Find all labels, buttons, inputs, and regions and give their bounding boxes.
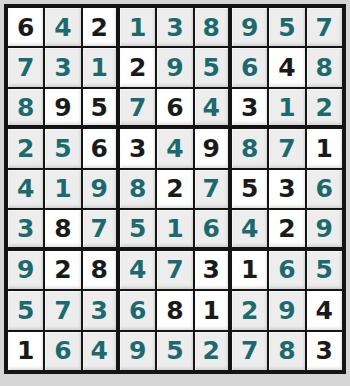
cell-r3c5[interactable]: 6 (156, 88, 193, 128)
cell-r3c1[interactable]: 8 (7, 88, 44, 128)
cell-r2c3[interactable]: 1 (82, 47, 119, 87)
cell-r6c2[interactable]: 8 (44, 209, 81, 249)
cell-r1c3[interactable]: 2 (82, 7, 119, 47)
cell-r7c4[interactable]: 4 (119, 250, 156, 290)
cell-r5c6[interactable]: 7 (194, 169, 231, 209)
cell-r8c1[interactable]: 5 (7, 290, 44, 330)
cell-r4c7[interactable]: 8 (231, 128, 268, 168)
cell-r5c9[interactable]: 6 (306, 169, 343, 209)
cell-r9c3[interactable]: 4 (82, 331, 119, 371)
cell-r4c9[interactable]: 1 (306, 128, 343, 168)
cell-r7c5[interactable]: 7 (156, 250, 193, 290)
cell-r6c8[interactable]: 2 (268, 209, 305, 249)
cell-r4c8[interactable]: 7 (268, 128, 305, 168)
cell-r3c3[interactable]: 5 (82, 88, 119, 128)
cell-r5c4[interactable]: 8 (119, 169, 156, 209)
cell-r6c4[interactable]: 5 (119, 209, 156, 249)
cell-r2c7[interactable]: 6 (231, 47, 268, 87)
cell-r4c4[interactable]: 3 (119, 128, 156, 168)
cell-r6c9[interactable]: 9 (306, 209, 343, 249)
cell-r9c6[interactable]: 2 (194, 331, 231, 371)
cell-r7c2[interactable]: 2 (44, 250, 81, 290)
cell-r1c5[interactable]: 3 (156, 7, 193, 47)
cell-r3c7[interactable]: 3 (231, 88, 268, 128)
cell-r5c5[interactable]: 2 (156, 169, 193, 209)
cell-r1c1[interactable]: 6 (7, 7, 44, 47)
cell-r4c5[interactable]: 4 (156, 128, 193, 168)
cell-r9c1[interactable]: 1 (7, 331, 44, 371)
cell-r4c3[interactable]: 6 (82, 128, 119, 168)
cell-r8c2[interactable]: 7 (44, 290, 81, 330)
cell-r2c5[interactable]: 9 (156, 47, 193, 87)
cell-r8c9[interactable]: 4 (306, 290, 343, 330)
cell-r7c9[interactable]: 5 (306, 250, 343, 290)
cell-r2c8[interactable]: 4 (268, 47, 305, 87)
cell-r9c7[interactable]: 7 (231, 331, 268, 371)
cell-r6c6[interactable]: 6 (194, 209, 231, 249)
cell-r5c8[interactable]: 3 (268, 169, 305, 209)
cell-r7c6[interactable]: 3 (194, 250, 231, 290)
cell-r1c7[interactable]: 9 (231, 7, 268, 47)
cell-r7c3[interactable]: 8 (82, 250, 119, 290)
cell-r6c3[interactable]: 7 (82, 209, 119, 249)
cell-r4c6[interactable]: 9 (194, 128, 231, 168)
cell-r2c1[interactable]: 7 (7, 47, 44, 87)
cell-r8c4[interactable]: 6 (119, 290, 156, 330)
cell-r5c3[interactable]: 9 (82, 169, 119, 209)
cell-r8c5[interactable]: 8 (156, 290, 193, 330)
cell-r5c7[interactable]: 5 (231, 169, 268, 209)
cell-r7c1[interactable]: 9 (7, 250, 44, 290)
sudoku-board: 6421389577312956488957643122563498714198… (4, 4, 346, 374)
cell-r3c8[interactable]: 1 (268, 88, 305, 128)
cell-r7c8[interactable]: 6 (268, 250, 305, 290)
cell-r3c9[interactable]: 2 (306, 88, 343, 128)
cell-r7c7[interactable]: 1 (231, 250, 268, 290)
cell-r8c8[interactable]: 9 (268, 290, 305, 330)
cell-r6c1[interactable]: 3 (7, 209, 44, 249)
cell-r9c4[interactable]: 9 (119, 331, 156, 371)
cell-r8c7[interactable]: 2 (231, 290, 268, 330)
cell-r9c5[interactable]: 5 (156, 331, 193, 371)
cell-r3c6[interactable]: 4 (194, 88, 231, 128)
cell-r9c2[interactable]: 6 (44, 331, 81, 371)
cell-r1c4[interactable]: 1 (119, 7, 156, 47)
cell-r6c5[interactable]: 1 (156, 209, 193, 249)
cell-r3c2[interactable]: 9 (44, 88, 81, 128)
cell-r3c4[interactable]: 7 (119, 88, 156, 128)
cell-r8c3[interactable]: 3 (82, 290, 119, 330)
cell-r2c9[interactable]: 8 (306, 47, 343, 87)
cell-r5c1[interactable]: 4 (7, 169, 44, 209)
cell-r4c2[interactable]: 5 (44, 128, 81, 168)
cell-r5c2[interactable]: 1 (44, 169, 81, 209)
cell-r1c9[interactable]: 7 (306, 7, 343, 47)
cell-r6c7[interactable]: 4 (231, 209, 268, 249)
cell-r2c6[interactable]: 5 (194, 47, 231, 87)
cell-r2c4[interactable]: 2 (119, 47, 156, 87)
cell-r1c2[interactable]: 4 (44, 7, 81, 47)
cell-r9c9[interactable]: 3 (306, 331, 343, 371)
cell-r1c6[interactable]: 8 (194, 7, 231, 47)
cell-r9c8[interactable]: 8 (268, 331, 305, 371)
cell-r2c2[interactable]: 3 (44, 47, 81, 87)
cell-r1c8[interactable]: 5 (268, 7, 305, 47)
cell-r8c6[interactable]: 1 (194, 290, 231, 330)
cell-r4c1[interactable]: 2 (7, 128, 44, 168)
